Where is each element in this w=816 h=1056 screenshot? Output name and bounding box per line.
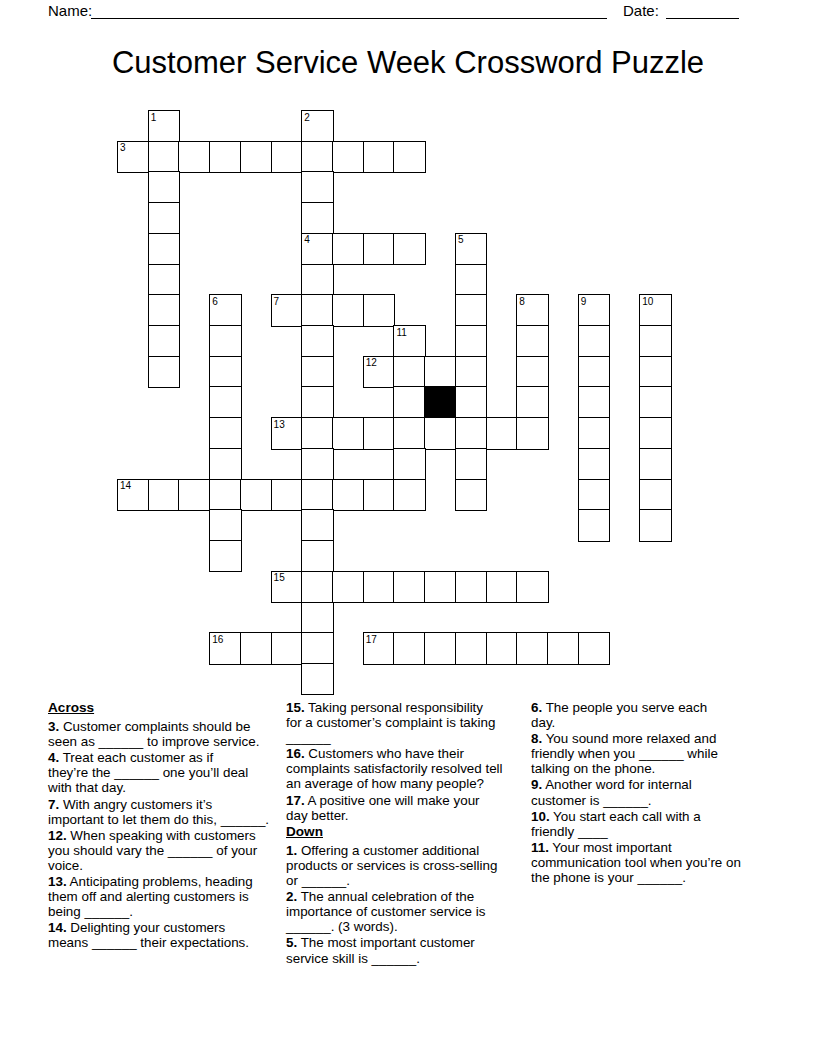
- crossword-grid: 1234567891011121314151617: [117, 110, 671, 695]
- across-clue-13: 13. Anticipating problems, heading them …: [48, 874, 294, 919]
- grid-cell[interactable]: [516, 632, 548, 664]
- cell-number-5: 5: [458, 235, 464, 245]
- clue-number: 6.: [531, 700, 542, 715]
- grid-cell[interactable]: [393, 417, 425, 449]
- clue-column-1: Across3. Customer complaints should be s…: [48, 700, 294, 952]
- clue-number: 16.: [286, 746, 305, 761]
- across-header: Across: [48, 700, 294, 715]
- grid-cell[interactable]: [332, 417, 364, 449]
- grid-cell[interactable]: [301, 540, 333, 572]
- grid-cell[interactable]: [148, 356, 180, 388]
- grid-cell[interactable]: [301, 417, 333, 449]
- grid-cell[interactable]: [301, 356, 333, 388]
- grid-cell[interactable]: [455, 571, 487, 603]
- clue-number: 2.: [286, 889, 297, 904]
- grid-cell[interactable]: [393, 571, 425, 603]
- grid-cell[interactable]: [209, 141, 241, 173]
- down-clue-11: 11. Your most important communication to…: [531, 840, 781, 885]
- grid-cell[interactable]: [301, 325, 333, 357]
- grid-cell[interactable]: [363, 479, 395, 511]
- grid-cell[interactable]: [301, 571, 333, 603]
- grid-cell[interactable]: [332, 571, 364, 603]
- grid-cell[interactable]: [424, 632, 456, 664]
- grid-cell[interactable]: [455, 448, 487, 480]
- down-clue-8: 8. You sound more relaxed and friendly w…: [531, 731, 781, 776]
- clue-number: 14.: [48, 920, 67, 935]
- grid-cell[interactable]: [424, 417, 456, 449]
- page-title: Customer Service Week Crossword Puzzle: [0, 45, 816, 81]
- grid-cell[interactable]: [639, 356, 671, 388]
- across-clue-15: 15. Taking personal responsibility for a…: [286, 700, 529, 745]
- down-clue-9: 9. Another word for internal customer is…: [531, 777, 781, 807]
- grid-cell[interactable]: [455, 632, 487, 664]
- grid-cell[interactable]: [424, 571, 456, 603]
- grid-cell[interactable]: [301, 509, 333, 541]
- grid-cell[interactable]: [271, 632, 303, 664]
- grid-cell[interactable]: [301, 602, 333, 634]
- grid-cell[interactable]: [639, 325, 671, 357]
- grid-cell[interactable]: [393, 479, 425, 511]
- name-fill-line[interactable]: [91, 4, 607, 19]
- grid-cell[interactable]: [516, 417, 548, 449]
- grid-cell[interactable]: [639, 386, 671, 418]
- grid-cell[interactable]: [578, 417, 610, 449]
- clue-number: 7.: [48, 797, 59, 812]
- grid-cell[interactable]: [363, 571, 395, 603]
- grid-cell[interactable]: [148, 325, 180, 357]
- grid-cell[interactable]: [639, 417, 671, 449]
- grid-cell[interactable]: [516, 356, 548, 388]
- grid-cell[interactable]: [209, 448, 241, 480]
- grid-cell[interactable]: [178, 141, 210, 173]
- grid-cell[interactable]: [332, 294, 364, 326]
- date-fill-line[interactable]: [666, 4, 739, 19]
- grid-cell[interactable]: [578, 448, 610, 480]
- across-clue-14: 14. Delighting your customers means ____…: [48, 920, 294, 950]
- grid-cell[interactable]: [332, 141, 364, 173]
- grid-cell[interactable]: [455, 479, 487, 511]
- grid-cell[interactable]: [455, 386, 487, 418]
- clue-number: 9.: [531, 777, 542, 792]
- grid-cell[interactable]: [240, 141, 272, 173]
- down-clue-2: 2. The annual celebration of the importa…: [286, 889, 529, 934]
- grid-cell[interactable]: [639, 479, 671, 511]
- clue-column-3: 6. The people you serve each day.8. You …: [531, 700, 781, 886]
- down-header: Down: [286, 824, 529, 839]
- grid-cell[interactable]: [332, 233, 364, 265]
- grid-cell[interactable]: [578, 479, 610, 511]
- grid-cell[interactable]: [301, 479, 333, 511]
- clue-number: 3.: [48, 719, 59, 734]
- clue-number: 1.: [286, 843, 297, 858]
- cell-number-12: 12: [366, 358, 377, 368]
- grid-cell[interactable]: [209, 540, 241, 572]
- grid-cell[interactable]: [209, 417, 241, 449]
- grid-cell[interactable]: [148, 171, 180, 203]
- grid-cell[interactable]: [455, 294, 487, 326]
- grid-cell[interactable]: [209, 356, 241, 388]
- cell-number-14: 14: [120, 481, 131, 491]
- grid-cell[interactable]: [578, 386, 610, 418]
- cell-number-17: 17: [366, 635, 377, 645]
- grid-cell[interactable]: [578, 325, 610, 357]
- grid-cell[interactable]: [639, 509, 671, 541]
- grid-cell[interactable]: [578, 356, 610, 388]
- grid-cell[interactable]: [301, 448, 333, 480]
- grid-cell[interactable]: [455, 417, 487, 449]
- grid-cell[interactable]: [148, 264, 180, 296]
- grid-cell[interactable]: [209, 479, 241, 511]
- across-clue-7: 7. With angry customers it’s important t…: [48, 797, 294, 827]
- grid-cell[interactable]: [516, 325, 548, 357]
- cell-number-16: 16: [212, 635, 223, 645]
- grid-cell[interactable]: [516, 571, 548, 603]
- name-label: Name:: [48, 2, 92, 19]
- blocked-cell: [424, 386, 456, 418]
- grid-cell[interactable]: [332, 479, 364, 511]
- grid-cell[interactable]: [363, 233, 395, 265]
- cell-number-4: 4: [304, 235, 310, 245]
- across-clue-17: 17. A positive one will make your day be…: [286, 793, 529, 823]
- grid-cell[interactable]: [148, 141, 180, 173]
- clue-number: 5.: [286, 935, 297, 950]
- down-clue-1: 1. Offering a customer additional produc…: [286, 843, 529, 888]
- grid-cell[interactable]: [301, 663, 333, 695]
- down-clue-5: 5. The most important customer service s…: [286, 935, 529, 965]
- grid-cell[interactable]: [393, 141, 425, 173]
- clue-number: 8.: [531, 731, 542, 746]
- grid-cell[interactable]: [178, 479, 210, 511]
- across-clue-4: 4. Treat each customer as if they’re the…: [48, 750, 294, 795]
- grid-cell[interactable]: [393, 233, 425, 265]
- grid-cell[interactable]: [271, 479, 303, 511]
- grid-cell[interactable]: [148, 233, 180, 265]
- clue-number: 4.: [48, 750, 59, 765]
- clue-number: 15.: [286, 700, 305, 715]
- grid-cell[interactable]: [301, 141, 333, 173]
- grid-cell[interactable]: [363, 417, 395, 449]
- across-clue-12: 12. When speaking with customers you sho…: [48, 828, 294, 873]
- cell-number-9: 9: [581, 297, 587, 307]
- cell-number-6: 6: [212, 297, 218, 307]
- grid-cell[interactable]: [486, 417, 518, 449]
- grid-cell[interactable]: [578, 509, 610, 541]
- cell-number-2: 2: [304, 113, 310, 123]
- across-clue-16: 16. Customers who have their complaints …: [286, 746, 529, 791]
- cell-number-10: 10: [642, 297, 653, 307]
- grid-cell[interactable]: [639, 448, 671, 480]
- cell-number-15: 15: [274, 573, 285, 583]
- grid-cell[interactable]: [301, 264, 333, 296]
- grid-cell[interactable]: [301, 632, 333, 664]
- grid-cell[interactable]: [301, 171, 333, 203]
- grid-cell[interactable]: [455, 356, 487, 388]
- clue-number: 10.: [531, 809, 550, 824]
- clue-column-2: 15. Taking personal responsibility for a…: [286, 700, 529, 967]
- grid-cell[interactable]: [209, 386, 241, 418]
- grid-cell[interactable]: [301, 386, 333, 418]
- grid-cell[interactable]: [547, 632, 579, 664]
- clue-number: 17.: [286, 793, 305, 808]
- clue-number: 13.: [48, 874, 67, 889]
- grid-cell[interactable]: [486, 632, 518, 664]
- grid-cell[interactable]: [148, 294, 180, 326]
- grid-cell[interactable]: [578, 632, 610, 664]
- grid-cell[interactable]: [424, 356, 456, 388]
- down-clue-10: 10. You start each call with a friendly …: [531, 809, 781, 839]
- grid-cell[interactable]: [363, 294, 395, 326]
- grid-cell[interactable]: [393, 448, 425, 480]
- grid-cell[interactable]: [455, 325, 487, 357]
- cell-number-7: 7: [274, 297, 280, 307]
- worksheet-page: { "header": { "name_label": "Name:", "da…: [0, 0, 816, 1056]
- grid-cell[interactable]: [271, 141, 303, 173]
- grid-cell[interactable]: [301, 202, 333, 234]
- cell-number-1: 1: [151, 113, 157, 123]
- cell-number-8: 8: [519, 297, 525, 307]
- grid-cell[interactable]: [486, 571, 518, 603]
- grid-cell[interactable]: [393, 386, 425, 418]
- grid-cell[interactable]: [148, 202, 180, 234]
- grid-cell[interactable]: [455, 264, 487, 296]
- down-clue-6: 6. The people you serve each day.: [531, 700, 781, 730]
- grid-cell[interactable]: [209, 509, 241, 541]
- grid-cell[interactable]: [148, 479, 180, 511]
- grid-cell[interactable]: [240, 479, 272, 511]
- cell-number-3: 3: [120, 143, 126, 153]
- grid-cell[interactable]: [516, 386, 548, 418]
- date-label: Date:: [623, 2, 659, 19]
- grid-cell[interactable]: [209, 325, 241, 357]
- cell-number-13: 13: [274, 420, 285, 430]
- grid-cell[interactable]: [301, 294, 333, 326]
- grid-cell[interactable]: [240, 632, 272, 664]
- cell-number-11: 11: [396, 328, 406, 338]
- across-clue-3: 3. Customer complaints should be seen as…: [48, 719, 294, 749]
- grid-cell[interactable]: [393, 356, 425, 388]
- clue-number: 12.: [48, 828, 67, 843]
- clue-number: 11.: [531, 840, 549, 855]
- grid-cell[interactable]: [363, 141, 395, 173]
- grid-cell[interactable]: [393, 632, 425, 664]
